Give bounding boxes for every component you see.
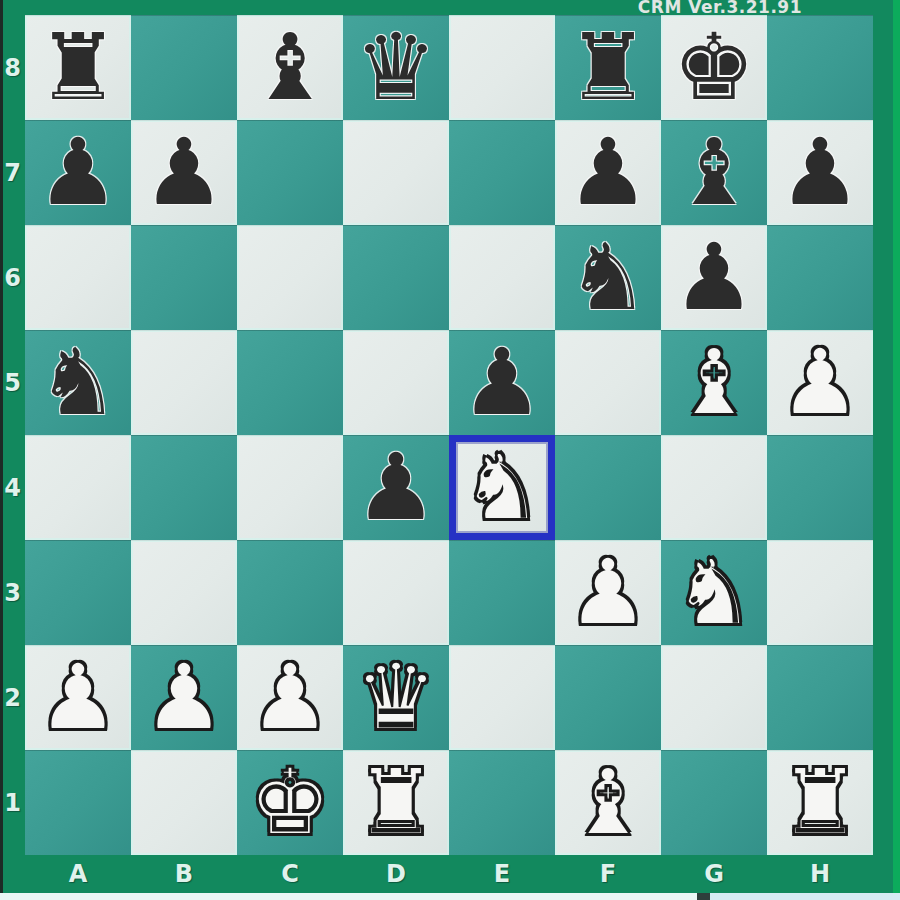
square-g5[interactable]: ♝ <box>661 330 767 435</box>
black-pawn-piece[interactable]: ♟ <box>143 120 225 225</box>
square-c3[interactable] <box>237 540 343 645</box>
square-f5[interactable] <box>555 330 661 435</box>
black-queen-piece[interactable]: ♛ <box>355 15 437 120</box>
square-g2[interactable] <box>661 645 767 750</box>
black-pawn-piece[interactable]: ♟ <box>673 225 755 330</box>
bottom-ui-strip <box>0 893 900 900</box>
square-e4[interactable]: ♞ <box>449 435 555 540</box>
black-bishop-piece[interactable]: ♝ <box>249 15 331 120</box>
square-h4[interactable] <box>767 435 873 540</box>
square-f7[interactable]: ♟ <box>555 120 661 225</box>
bottom-strip-divider <box>697 893 710 900</box>
white-rook-piece[interactable]: ♜ <box>779 750 861 855</box>
white-pawn-piece[interactable]: ♟ <box>249 645 331 750</box>
square-h2[interactable] <box>767 645 873 750</box>
black-pawn-piece[interactable]: ♟ <box>37 120 119 225</box>
square-g7[interactable]: ♝ <box>661 120 767 225</box>
black-knight-piece[interactable]: ♞ <box>37 330 119 435</box>
square-f2[interactable] <box>555 645 661 750</box>
white-pawn-piece[interactable]: ♟ <box>37 645 119 750</box>
square-d7[interactable] <box>343 120 449 225</box>
square-f8[interactable]: ♜ <box>555 15 661 120</box>
rank-label-3: 3 <box>0 540 25 645</box>
square-g4[interactable] <box>661 435 767 540</box>
square-f1[interactable]: ♝ <box>555 750 661 855</box>
square-d4[interactable]: ♟ <box>343 435 449 540</box>
square-f4[interactable] <box>555 435 661 540</box>
rank-labels: 87654321 <box>0 15 25 855</box>
square-h6[interactable] <box>767 225 873 330</box>
file-label-a: A <box>25 855 131 893</box>
chess-app-screen: CRM Ver.3.21.91 87654321 ♜♝♛♜♚♟♟♟♝♟♞♟♞♟♝… <box>0 0 900 900</box>
square-h7[interactable]: ♟ <box>767 120 873 225</box>
square-a6[interactable] <box>25 225 131 330</box>
white-queen-piece[interactable]: ♛ <box>355 645 437 750</box>
rank-label-6: 6 <box>0 225 25 330</box>
square-d2[interactable]: ♛ <box>343 645 449 750</box>
square-g6[interactable]: ♟ <box>661 225 767 330</box>
black-bishop-piece[interactable]: ♝ <box>673 120 755 225</box>
rank-label-8: 8 <box>0 15 25 120</box>
square-f6[interactable]: ♞ <box>555 225 661 330</box>
square-e3[interactable] <box>449 540 555 645</box>
black-pawn-piece[interactable]: ♟ <box>779 120 861 225</box>
rank-label-1: 1 <box>0 750 25 855</box>
white-king-piece[interactable]: ♚ <box>249 750 331 855</box>
square-b3[interactable] <box>131 540 237 645</box>
square-e6[interactable] <box>449 225 555 330</box>
white-pawn-piece[interactable]: ♟ <box>567 540 649 645</box>
file-label-b: B <box>131 855 237 893</box>
file-labels: ABCDEFGH <box>25 855 873 893</box>
file-label-d: D <box>343 855 449 893</box>
square-h5[interactable]: ♟ <box>767 330 873 435</box>
square-g1[interactable] <box>661 750 767 855</box>
black-pawn-piece[interactable]: ♟ <box>567 120 649 225</box>
square-a5[interactable]: ♞ <box>25 330 131 435</box>
file-label-g: G <box>661 855 767 893</box>
square-d1[interactable]: ♜ <box>343 750 449 855</box>
square-e2[interactable] <box>449 645 555 750</box>
square-h8[interactable] <box>767 15 873 120</box>
square-d3[interactable] <box>343 540 449 645</box>
rank-label-5: 5 <box>0 330 25 435</box>
square-c7[interactable] <box>237 120 343 225</box>
square-a7[interactable]: ♟ <box>25 120 131 225</box>
accent-strip <box>893 0 900 893</box>
white-bishop-piece[interactable]: ♝ <box>673 330 755 435</box>
white-knight-piece[interactable]: ♞ <box>461 435 543 540</box>
black-knight-piece[interactable]: ♞ <box>567 225 649 330</box>
square-e5[interactable]: ♟ <box>449 330 555 435</box>
square-h1[interactable]: ♜ <box>767 750 873 855</box>
file-label-e: E <box>449 855 555 893</box>
white-knight-piece[interactable]: ♞ <box>673 540 755 645</box>
square-d5[interactable] <box>343 330 449 435</box>
square-b1[interactable] <box>131 750 237 855</box>
square-d6[interactable] <box>343 225 449 330</box>
square-a3[interactable] <box>25 540 131 645</box>
square-e8[interactable] <box>449 15 555 120</box>
file-label-f: F <box>555 855 661 893</box>
square-a2[interactable]: ♟ <box>25 645 131 750</box>
bottom-strip-right-segment <box>710 893 900 900</box>
black-king-piece[interactable]: ♚ <box>673 15 755 120</box>
square-g8[interactable]: ♚ <box>661 15 767 120</box>
square-c8[interactable]: ♝ <box>237 15 343 120</box>
white-pawn-piece[interactable]: ♟ <box>779 330 861 435</box>
chess-board: ♜♝♛♜♚♟♟♟♝♟♞♟♞♟♝♟♟♞♟♞♟♟♟♛♚♜♝♜ <box>25 15 873 855</box>
black-rook-piece[interactable]: ♜ <box>37 15 119 120</box>
square-c4[interactable] <box>237 435 343 540</box>
square-a8[interactable]: ♜ <box>25 15 131 120</box>
square-g3[interactable]: ♞ <box>661 540 767 645</box>
square-c5[interactable] <box>237 330 343 435</box>
white-rook-piece[interactable]: ♜ <box>355 750 437 855</box>
square-f3[interactable]: ♟ <box>555 540 661 645</box>
black-pawn-piece[interactable]: ♟ <box>355 435 437 540</box>
square-a4[interactable] <box>25 435 131 540</box>
square-c2[interactable]: ♟ <box>237 645 343 750</box>
white-pawn-piece[interactable]: ♟ <box>143 645 225 750</box>
square-b7[interactable]: ♟ <box>131 120 237 225</box>
file-label-h: H <box>767 855 873 893</box>
rank-label-2: 2 <box>0 645 25 750</box>
file-label-c: C <box>237 855 343 893</box>
square-b6[interactable] <box>131 225 237 330</box>
square-b4[interactable] <box>131 435 237 540</box>
square-h3[interactable] <box>767 540 873 645</box>
square-c1[interactable]: ♚ <box>237 750 343 855</box>
square-e7[interactable] <box>449 120 555 225</box>
rank-label-7: 7 <box>0 120 25 225</box>
square-b2[interactable]: ♟ <box>131 645 237 750</box>
white-bishop-piece[interactable]: ♝ <box>567 750 649 855</box>
square-b5[interactable] <box>131 330 237 435</box>
black-rook-piece[interactable]: ♜ <box>567 15 649 120</box>
square-c6[interactable] <box>237 225 343 330</box>
rank-label-4: 4 <box>0 435 25 540</box>
square-e1[interactable] <box>449 750 555 855</box>
bottom-strip-left-segment <box>0 893 697 900</box>
square-d8[interactable]: ♛ <box>343 15 449 120</box>
square-b8[interactable] <box>131 15 237 120</box>
square-a1[interactable] <box>25 750 131 855</box>
black-pawn-piece[interactable]: ♟ <box>461 330 543 435</box>
